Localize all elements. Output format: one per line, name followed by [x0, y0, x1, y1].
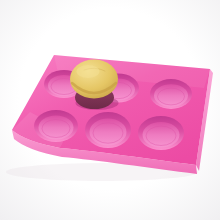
product-photo: Pink silicone baking mold with six round… — [0, 0, 220, 220]
macaron-highlight — [77, 65, 100, 78]
cavity-row2-col1 — [34, 110, 78, 142]
macaron — [70, 60, 119, 111]
photo-canvas — [0, 0, 220, 220]
cavity-row1-col3 — [150, 79, 192, 109]
cavity-row2-col3 — [138, 116, 184, 150]
cavity-row2-col2 — [85, 112, 131, 148]
